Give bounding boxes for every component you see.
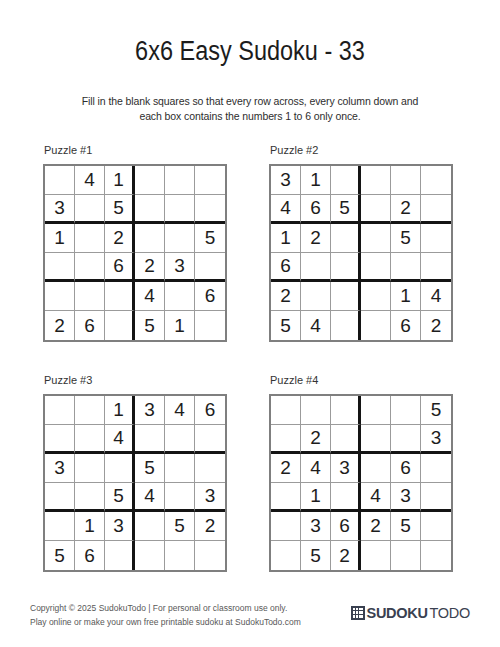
logo-text-todo: TODO [430, 605, 470, 621]
puzzle-2: Puzzle #2 31465212562145462 [269, 144, 453, 342]
puzzle-3-cell-r4c6: 3 [195, 483, 225, 512]
puzzle-4-cell-r4c1 [271, 483, 301, 512]
puzzle-2-cell-r5c4 [361, 282, 391, 311]
puzzle-2-cell-r2c6 [421, 195, 451, 224]
puzzle-1-cell-r6c6 [195, 311, 225, 340]
puzzle-4-cell-r2c6: 3 [421, 425, 451, 454]
puzzle-3-cell-r4c5 [165, 483, 195, 512]
puzzle-1-cell-r1c4 [135, 166, 165, 195]
puzzle-2-cell-r1c3 [331, 166, 361, 195]
puzzle-2-cell-r6c4 [361, 311, 391, 340]
puzzle-4-cell-r6c5 [391, 541, 421, 570]
puzzle-3-cell-r2c2 [75, 425, 105, 454]
page-title: 6x6 Easy Sudoku - 33 [33, 36, 468, 67]
puzzle-2-cell-r6c2: 4 [301, 311, 331, 340]
puzzle-2-cell-r3c1: 1 [271, 224, 301, 253]
puzzle-2-cell-r6c1: 5 [271, 311, 301, 340]
puzzle-3-cell-r1c6: 6 [195, 396, 225, 425]
puzzle-1-cell-r2c5 [165, 195, 195, 224]
puzzle-1-cell-r5c1 [45, 282, 75, 311]
puzzle-4-cell-r5c5: 5 [391, 512, 421, 541]
puzzle-3-cell-r1c4: 3 [135, 396, 165, 425]
puzzle-4-cell-r2c4 [361, 425, 391, 454]
puzzle-2-label: Puzzle #2 [270, 144, 453, 156]
puzzle-1-cell-r4c2 [75, 253, 105, 282]
puzzle-3-cell-r2c4 [135, 425, 165, 454]
puzzle-1-cell-r1c6 [195, 166, 225, 195]
puzzle-4-label: Puzzle #4 [270, 374, 453, 386]
puzzle-1-cell-r4c3: 6 [105, 253, 135, 282]
puzzle-3-cell-r3c4: 5 [135, 454, 165, 483]
sudoku-grid-icon [351, 606, 365, 620]
puzzle-1-cell-r1c2: 4 [75, 166, 105, 195]
puzzle-4-cell-r5c2: 3 [301, 512, 331, 541]
puzzle-3-cell-r5c6: 2 [195, 512, 225, 541]
puzzle-4-cell-r4c3 [331, 483, 361, 512]
puzzle-2-cell-r3c3 [331, 224, 361, 253]
puzzle-3-cell-r4c2 [75, 483, 105, 512]
puzzle-2-cell-r1c4 [361, 166, 391, 195]
puzzle-1-cell-r3c4 [135, 224, 165, 253]
puzzle-3: Puzzle #3 1346435543135256 [43, 374, 227, 572]
puzzle-4-cell-r1c3 [331, 396, 361, 425]
puzzle-2-cell-r4c2 [301, 253, 331, 282]
puzzle-4-cell-r1c1 [271, 396, 301, 425]
puzzle-1-cell-r1c1 [45, 166, 75, 195]
puzzle-4-cell-r3c5: 6 [391, 454, 421, 483]
puzzle-4-cell-r5c3: 6 [331, 512, 361, 541]
puzzle-2-cell-r1c6 [421, 166, 451, 195]
puzzle-2-cell-r2c2: 6 [301, 195, 331, 224]
printable-sudoku-page: 6x6 Easy Sudoku - 33 Fill in the blank s… [0, 0, 500, 647]
puzzle-1-cell-r5c4: 4 [135, 282, 165, 311]
puzzle-3-cell-r5c4 [135, 512, 165, 541]
puzzle-3-cell-r4c4: 4 [135, 483, 165, 512]
puzzle-4: Puzzle #4 5232436143362552 [269, 374, 453, 572]
puzzle-2-cell-r4c1: 6 [271, 253, 301, 282]
puzzle-4-grid: 5232436143362552 [269, 394, 453, 572]
puzzle-1-cell-r6c2: 6 [75, 311, 105, 340]
puzzle-1-cell-r6c3 [105, 311, 135, 340]
puzzle-1-cell-r4c1 [45, 253, 75, 282]
puzzle-2-cell-r4c3 [331, 253, 361, 282]
puzzle-4-cell-r4c4: 4 [361, 483, 391, 512]
puzzle-2-cell-r5c1: 2 [271, 282, 301, 311]
puzzle-4-cell-r3c1: 2 [271, 454, 301, 483]
puzzle-4-cell-r3c2: 4 [301, 454, 331, 483]
puzzle-3-cell-r3c5 [165, 454, 195, 483]
puzzle-3-cell-r5c5: 5 [165, 512, 195, 541]
puzzle-2-cell-r2c1: 4 [271, 195, 301, 224]
puzzle-1-cell-r5c3 [105, 282, 135, 311]
puzzle-3-cell-r2c6 [195, 425, 225, 454]
puzzle-4-cell-r5c4: 2 [361, 512, 391, 541]
puzzle-2-cell-r6c6: 2 [421, 311, 451, 340]
puzzle-3-cell-r1c5: 4 [165, 396, 195, 425]
instructions: Fill in the blank squares so that every … [0, 94, 500, 124]
puzzle-2-cell-r3c5: 5 [391, 224, 421, 253]
puzzle-4-cell-r5c1 [271, 512, 301, 541]
puzzle-3-cell-r3c1: 3 [45, 454, 75, 483]
puzzle-3-cell-r3c3 [105, 454, 135, 483]
instructions-line-2: each box contains the numbers 1 to 6 onl… [0, 109, 500, 124]
puzzle-1-cell-r1c5 [165, 166, 195, 195]
puzzle-3-cell-r2c1 [45, 425, 75, 454]
puzzle-4-cell-r6c3: 2 [331, 541, 361, 570]
puzzle-1-cell-r2c1: 3 [45, 195, 75, 224]
puzzle-2-cell-r5c5: 1 [391, 282, 421, 311]
puzzle-1-cell-r1c3: 1 [105, 166, 135, 195]
puzzle-3-cell-r6c2: 6 [75, 541, 105, 570]
puzzle-1-cell-r3c5 [165, 224, 195, 253]
puzzle-3-cell-r6c5 [165, 541, 195, 570]
puzzle-1-cell-r4c6 [195, 253, 225, 282]
puzzle-2-cell-r4c5 [391, 253, 421, 282]
puzzle-1-cell-r6c4: 5 [135, 311, 165, 340]
puzzle-4-cell-r2c1 [271, 425, 301, 454]
puzzle-4-cell-r6c6 [421, 541, 451, 570]
puzzle-3-cell-r3c6 [195, 454, 225, 483]
puzzle-1-cell-r4c5: 3 [165, 253, 195, 282]
puzzle-2-grid: 31465212562145462 [269, 164, 453, 342]
puzzle-2-cell-r6c3 [331, 311, 361, 340]
puzzle-1-cell-r6c5: 1 [165, 311, 195, 340]
puzzle-3-cell-r5c3: 3 [105, 512, 135, 541]
puzzle-4-cell-r6c4 [361, 541, 391, 570]
puzzle-1-cell-r5c5 [165, 282, 195, 311]
puzzle-4-cell-r5c6 [421, 512, 451, 541]
puzzle-4-cell-r1c2 [301, 396, 331, 425]
footer-line-2: Play online or make your own free printa… [30, 615, 301, 629]
puzzle-3-cell-r6c6 [195, 541, 225, 570]
puzzle-4-cell-r6c2: 5 [301, 541, 331, 570]
puzzle-3-cell-r5c1 [45, 512, 75, 541]
puzzle-1-cell-r2c4 [135, 195, 165, 224]
puzzle-4-cell-r3c4 [361, 454, 391, 483]
puzzle-3-cell-r6c1: 5 [45, 541, 75, 570]
puzzle-3-cell-r6c3 [105, 541, 135, 570]
puzzle-2-cell-r1c1: 3 [271, 166, 301, 195]
puzzle-1-cell-r2c6 [195, 195, 225, 224]
puzzle-3-cell-r4c1 [45, 483, 75, 512]
puzzle-3-cell-r2c5 [165, 425, 195, 454]
puzzle-1-cell-r5c2 [75, 282, 105, 311]
puzzle-2-cell-r5c6: 4 [421, 282, 451, 311]
puzzle-1-cell-r4c4: 2 [135, 253, 165, 282]
puzzle-1-label: Puzzle #1 [44, 144, 227, 156]
puzzle-2-cell-r5c2 [301, 282, 331, 311]
puzzle-4-cell-r2c5 [391, 425, 421, 454]
puzzle-2-cell-r4c6 [421, 253, 451, 282]
instructions-line-1: Fill in the blank squares so that every … [0, 94, 500, 109]
puzzle-4-cell-r1c6: 5 [421, 396, 451, 425]
puzzle-3-label: Puzzle #3 [44, 374, 227, 386]
puzzle-4-cell-r1c4 [361, 396, 391, 425]
puzzle-1-cell-r2c3: 5 [105, 195, 135, 224]
puzzle-4-cell-r1c5 [391, 396, 421, 425]
puzzle-2-cell-r3c6 [421, 224, 451, 253]
logo-grid-cell [359, 615, 362, 618]
puzzle-3-cell-r4c3: 5 [105, 483, 135, 512]
puzzle-4-cell-r3c3: 3 [331, 454, 361, 483]
puzzle-3-cell-r3c2 [75, 454, 105, 483]
footer-line-1: Copyright © 2025 SudokuTodo | For person… [30, 601, 301, 615]
puzzle-3-cell-r1c3: 1 [105, 396, 135, 425]
puzzle-3-cell-r1c1 [45, 396, 75, 425]
puzzle-3-cell-r5c2: 1 [75, 512, 105, 541]
puzzle-4-cell-r2c3 [331, 425, 361, 454]
puzzle-3-grid: 1346435543135256 [43, 394, 227, 572]
puzzle-2-cell-r2c4 [361, 195, 391, 224]
puzzle-2-cell-r4c4 [361, 253, 391, 282]
puzzle-1-cell-r6c1: 2 [45, 311, 75, 340]
puzzle-1-cell-r3c2 [75, 224, 105, 253]
puzzle-4-cell-r6c1 [271, 541, 301, 570]
puzzle-2-cell-r6c5: 6 [391, 311, 421, 340]
puzzle-1-cell-r2c2 [75, 195, 105, 224]
puzzle-1-cell-r3c1: 1 [45, 224, 75, 253]
logo-text-sudoku: SUDOKU [367, 605, 428, 621]
puzzle-2-cell-r1c2: 1 [301, 166, 331, 195]
puzzle-4-cell-r4c5: 3 [391, 483, 421, 512]
puzzle-1-cell-r5c6: 6 [195, 282, 225, 311]
puzzle-3-cell-r6c4 [135, 541, 165, 570]
puzzle-2-cell-r3c2: 2 [301, 224, 331, 253]
puzzle-2-cell-r1c5 [391, 166, 421, 195]
puzzle-1: Puzzle #1 4135125623462651 [43, 144, 227, 342]
puzzle-3-cell-r2c3: 4 [105, 425, 135, 454]
puzzle-4-cell-r4c2: 1 [301, 483, 331, 512]
puzzle-2-cell-r3c4 [361, 224, 391, 253]
puzzle-1-cell-r3c3: 2 [105, 224, 135, 253]
puzzle-2-cell-r2c5: 2 [391, 195, 421, 224]
footer-copyright: Copyright © 2025 SudokuTodo | For person… [30, 601, 301, 629]
puzzle-4-cell-r3c6 [421, 454, 451, 483]
puzzle-3-cell-r1c2 [75, 396, 105, 425]
puzzle-4-cell-r4c6 [421, 483, 451, 512]
puzzle-2-cell-r2c3: 5 [331, 195, 361, 224]
puzzle-1-grid: 4135125623462651 [43, 164, 227, 342]
puzzle-2-cell-r5c3 [331, 282, 361, 311]
puzzle-1-cell-r3c6: 5 [195, 224, 225, 253]
puzzle-4-cell-r2c2: 2 [301, 425, 331, 454]
sudokutodo-logo: SUDOKU TODO [351, 605, 470, 621]
